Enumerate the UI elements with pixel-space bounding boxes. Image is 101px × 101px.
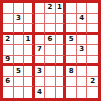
cell-r4c8[interactable] — [77, 35, 88, 46]
cell-r2c3[interactable] — [24, 14, 35, 25]
cell-r6c9[interactable] — [87, 56, 98, 67]
cell-r8c8[interactable] — [77, 77, 88, 88]
cell-r5c6[interactable] — [56, 45, 67, 56]
cell-r6c6[interactable] — [56, 56, 67, 67]
cell-r1c4[interactable] — [35, 3, 46, 14]
cell-r5c2[interactable] — [14, 45, 25, 56]
cell-r9c3[interactable] — [24, 87, 35, 98]
cell-r3c6[interactable] — [56, 24, 67, 35]
cell-r4c9[interactable] — [87, 35, 98, 46]
cell-r5c8[interactable]: 3 — [77, 45, 88, 56]
cell-r1c8[interactable] — [77, 3, 88, 14]
cell-r4c2[interactable] — [14, 35, 25, 46]
cell-r8c6[interactable] — [56, 77, 67, 88]
cell-r5c1[interactable] — [3, 45, 14, 56]
cell-r1c6[interactable]: 1 — [56, 3, 67, 14]
cell-r6c8[interactable] — [77, 56, 88, 67]
cell-r2c9[interactable] — [87, 14, 98, 25]
cell-r6c1[interactable]: 9 — [3, 56, 14, 67]
cell-r9c2[interactable] — [14, 87, 25, 98]
cell-r5c4[interactable]: 7 — [35, 45, 46, 56]
cell-r8c1[interactable]: 6 — [3, 77, 14, 88]
cell-r4c6[interactable] — [56, 35, 67, 46]
cell-r9c8[interactable] — [77, 87, 88, 98]
cell-r7c6[interactable] — [56, 66, 67, 77]
cell-r7c7[interactable]: 8 — [66, 66, 77, 77]
cell-r9c9[interactable] — [87, 87, 98, 98]
cell-r2c7[interactable] — [66, 14, 77, 25]
cell-r6c3[interactable] — [24, 56, 35, 67]
cell-r3c1[interactable] — [3, 24, 14, 35]
cell-r8c3[interactable] — [24, 77, 35, 88]
cell-r8c4[interactable] — [35, 77, 46, 88]
cell-r2c1[interactable] — [3, 14, 14, 25]
cell-r7c3[interactable] — [24, 66, 35, 77]
cell-r8c2[interactable] — [14, 77, 25, 88]
cell-r7c5[interactable] — [45, 66, 56, 77]
cell-r7c8[interactable] — [77, 66, 88, 77]
cell-r3c5[interactable] — [45, 24, 56, 35]
cell-r1c7[interactable] — [66, 3, 77, 14]
cell-r6c5[interactable] — [45, 56, 56, 67]
cell-r1c3[interactable] — [24, 3, 35, 14]
cell-r9c1[interactable] — [3, 87, 14, 98]
cell-r8c9[interactable]: 2 — [87, 77, 98, 88]
cell-r5c9[interactable] — [87, 45, 98, 56]
cell-r8c5[interactable] — [45, 77, 56, 88]
cell-r4c5[interactable]: 6 — [45, 35, 56, 46]
cell-r2c4[interactable] — [35, 14, 46, 25]
cell-r6c7[interactable] — [66, 56, 77, 67]
cell-r4c1[interactable]: 2 — [3, 35, 14, 46]
cell-r2c2[interactable]: 3 — [14, 14, 25, 25]
cell-r9c5[interactable] — [45, 87, 56, 98]
cell-r9c4[interactable]: 4 — [35, 87, 46, 98]
cell-r5c3[interactable] — [24, 45, 35, 56]
cell-r2c8[interactable]: 4 — [77, 14, 88, 25]
cell-r4c7[interactable]: 5 — [66, 35, 77, 46]
cell-r6c2[interactable] — [14, 56, 25, 67]
cell-r7c4[interactable]: 3 — [35, 66, 46, 77]
cell-r4c4[interactable] — [35, 35, 46, 46]
cell-r3c2[interactable] — [14, 24, 25, 35]
cell-r8c7[interactable] — [66, 77, 77, 88]
sudoku-board: 21342165739538624 — [0, 0, 101, 101]
cell-r9c6[interactable] — [56, 87, 67, 98]
cell-r1c2[interactable] — [14, 3, 25, 14]
cell-r6c4[interactable] — [35, 56, 46, 67]
cell-r3c8[interactable] — [77, 24, 88, 35]
cell-r5c5[interactable] — [45, 45, 56, 56]
cell-r7c1[interactable] — [3, 66, 14, 77]
cell-r9c7[interactable] — [66, 87, 77, 98]
cell-r7c9[interactable] — [87, 66, 98, 77]
cell-r2c6[interactable] — [56, 14, 67, 25]
cell-r7c2[interactable]: 5 — [14, 66, 25, 77]
cell-r3c7[interactable] — [66, 24, 77, 35]
cell-r3c9[interactable] — [87, 24, 98, 35]
cell-r1c1[interactable] — [3, 3, 14, 14]
cell-r3c3[interactable] — [24, 24, 35, 35]
cell-r4c3[interactable]: 1 — [24, 35, 35, 46]
cell-r5c7[interactable] — [66, 45, 77, 56]
cell-r1c9[interactable] — [87, 3, 98, 14]
cell-r3c4[interactable] — [35, 24, 46, 35]
cell-r2c5[interactable] — [45, 14, 56, 25]
cell-r1c5[interactable]: 2 — [45, 3, 56, 14]
